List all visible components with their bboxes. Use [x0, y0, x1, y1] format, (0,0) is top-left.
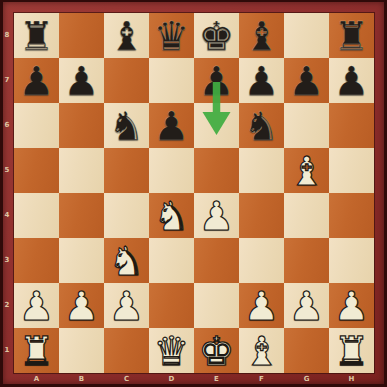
square-h8[interactable]: ♜	[329, 13, 374, 58]
square-d7[interactable]	[149, 58, 194, 103]
square-h7[interactable]: ♟	[329, 58, 374, 103]
square-f4[interactable]	[239, 193, 284, 238]
square-h5[interactable]	[329, 148, 374, 193]
white-pawn-e4[interactable]: ♟	[194, 193, 239, 238]
square-a6[interactable]	[14, 103, 59, 148]
square-g2[interactable]: ♟	[284, 283, 329, 328]
square-d1[interactable]: ♛	[149, 328, 194, 373]
square-c5[interactable]	[104, 148, 149, 193]
white-pawn-c2[interactable]: ♟	[104, 283, 149, 328]
white-bishop-g5[interactable]: ♝	[284, 148, 329, 193]
square-e5[interactable]	[194, 148, 239, 193]
square-h6[interactable]	[329, 103, 374, 148]
file-label-h: H	[329, 372, 374, 387]
white-pawn-g2[interactable]: ♟	[284, 283, 329, 328]
square-f2[interactable]: ♟	[239, 283, 284, 328]
square-c6[interactable]: ♞	[104, 103, 149, 148]
black-knight-c6[interactable]: ♞	[104, 103, 149, 148]
square-g4[interactable]	[284, 193, 329, 238]
square-d5[interactable]	[149, 148, 194, 193]
square-a7[interactable]: ♟	[14, 58, 59, 103]
black-pawn-f7[interactable]: ♟	[239, 58, 284, 103]
square-g7[interactable]: ♟	[284, 58, 329, 103]
square-d8[interactable]: ♛	[149, 13, 194, 58]
square-b5[interactable]	[59, 148, 104, 193]
square-g3[interactable]	[284, 238, 329, 283]
rank-label-5: 5	[0, 148, 14, 193]
square-e6[interactable]	[194, 103, 239, 148]
file-label-e: E	[194, 372, 239, 387]
rank-label-2: 2	[0, 283, 14, 328]
square-a5[interactable]	[14, 148, 59, 193]
chess-board-widget: ♜♝♛♚♝♜♟♟♟♟♟♟♞♟♞♝♞♟♞♟♟♟♟♟♟♜♛♚♝♜ 87654321A…	[0, 0, 387, 387]
square-d2[interactable]	[149, 283, 194, 328]
white-queen-d1[interactable]: ♛	[149, 328, 194, 373]
black-pawn-g7[interactable]: ♟	[284, 58, 329, 103]
rank-label-1: 1	[0, 328, 14, 373]
square-c8[interactable]: ♝	[104, 13, 149, 58]
square-b4[interactable]	[59, 193, 104, 238]
rank-label-3: 3	[0, 238, 14, 283]
square-f7[interactable]: ♟	[239, 58, 284, 103]
black-pawn-a7[interactable]: ♟	[14, 58, 59, 103]
square-h2[interactable]: ♟	[329, 283, 374, 328]
square-a1[interactable]: ♜	[14, 328, 59, 373]
square-b6[interactable]	[59, 103, 104, 148]
file-label-a: A	[14, 372, 59, 387]
black-rook-h8[interactable]: ♜	[329, 13, 374, 58]
black-pawn-e7[interactable]: ♟	[194, 58, 239, 103]
square-a2[interactable]: ♟	[14, 283, 59, 328]
white-pawn-h2[interactable]: ♟	[329, 283, 374, 328]
square-c3[interactable]: ♞	[104, 238, 149, 283]
square-f3[interactable]	[239, 238, 284, 283]
square-h1[interactable]: ♜	[329, 328, 374, 373]
black-pawn-d6[interactable]: ♟	[149, 103, 194, 148]
white-rook-h1[interactable]: ♜	[329, 328, 374, 373]
black-bishop-f8[interactable]: ♝	[239, 13, 284, 58]
white-knight-c3[interactable]: ♞	[104, 238, 149, 283]
square-g1[interactable]	[284, 328, 329, 373]
square-d3[interactable]	[149, 238, 194, 283]
black-pawn-h7[interactable]: ♟	[329, 58, 374, 103]
board: ♜♝♛♚♝♜♟♟♟♟♟♟♞♟♞♝♞♟♞♟♟♟♟♟♟♜♛♚♝♜	[14, 13, 374, 373]
rank-label-6: 6	[0, 103, 14, 148]
white-king-e1[interactable]: ♚	[194, 328, 239, 373]
file-label-f: F	[239, 372, 284, 387]
square-f6[interactable]: ♞	[239, 103, 284, 148]
file-label-g: G	[284, 372, 329, 387]
rank-label-4: 4	[0, 193, 14, 238]
square-h3[interactable]	[329, 238, 374, 283]
square-g8[interactable]	[284, 13, 329, 58]
white-pawn-f2[interactable]: ♟	[239, 283, 284, 328]
square-e8[interactable]: ♚	[194, 13, 239, 58]
square-b8[interactable]	[59, 13, 104, 58]
black-knight-f6[interactable]: ♞	[239, 103, 284, 148]
square-e2[interactable]	[194, 283, 239, 328]
square-g6[interactable]	[284, 103, 329, 148]
square-a3[interactable]	[14, 238, 59, 283]
square-d6[interactable]: ♟	[149, 103, 194, 148]
square-e4[interactable]: ♟	[194, 193, 239, 238]
square-h4[interactable]	[329, 193, 374, 238]
square-b1[interactable]	[59, 328, 104, 373]
file-label-b: B	[59, 372, 104, 387]
square-c2[interactable]: ♟	[104, 283, 149, 328]
square-e7[interactable]: ♟	[194, 58, 239, 103]
black-rook-a8[interactable]: ♜	[14, 13, 59, 58]
black-king-e8[interactable]: ♚	[194, 13, 239, 58]
square-f1[interactable]: ♝	[239, 328, 284, 373]
white-rook-a1[interactable]: ♜	[14, 328, 59, 373]
black-queen-d8[interactable]: ♛	[149, 13, 194, 58]
square-e1[interactable]: ♚	[194, 328, 239, 373]
black-bishop-c8[interactable]: ♝	[104, 13, 149, 58]
white-pawn-a2[interactable]: ♟	[14, 283, 59, 328]
file-label-c: C	[104, 372, 149, 387]
square-g5[interactable]: ♝	[284, 148, 329, 193]
file-label-d: D	[149, 372, 194, 387]
square-c7[interactable]	[104, 58, 149, 103]
square-f8[interactable]: ♝	[239, 13, 284, 58]
square-a4[interactable]	[14, 193, 59, 238]
square-a8[interactable]: ♜	[14, 13, 59, 58]
black-pawn-b7[interactable]: ♟	[59, 58, 104, 103]
square-c1[interactable]	[104, 328, 149, 373]
square-b3[interactable]	[59, 238, 104, 283]
square-e3[interactable]	[194, 238, 239, 283]
rank-label-7: 7	[0, 58, 14, 103]
square-d4[interactable]: ♞	[149, 193, 194, 238]
square-b7[interactable]: ♟	[59, 58, 104, 103]
white-bishop-f1[interactable]: ♝	[239, 328, 284, 373]
white-pawn-b2[interactable]: ♟	[59, 283, 104, 328]
rank-label-8: 8	[0, 13, 14, 58]
square-c4[interactable]	[104, 193, 149, 238]
white-knight-d4[interactable]: ♞	[149, 193, 194, 238]
square-f5[interactable]	[239, 148, 284, 193]
square-b2[interactable]: ♟	[59, 283, 104, 328]
